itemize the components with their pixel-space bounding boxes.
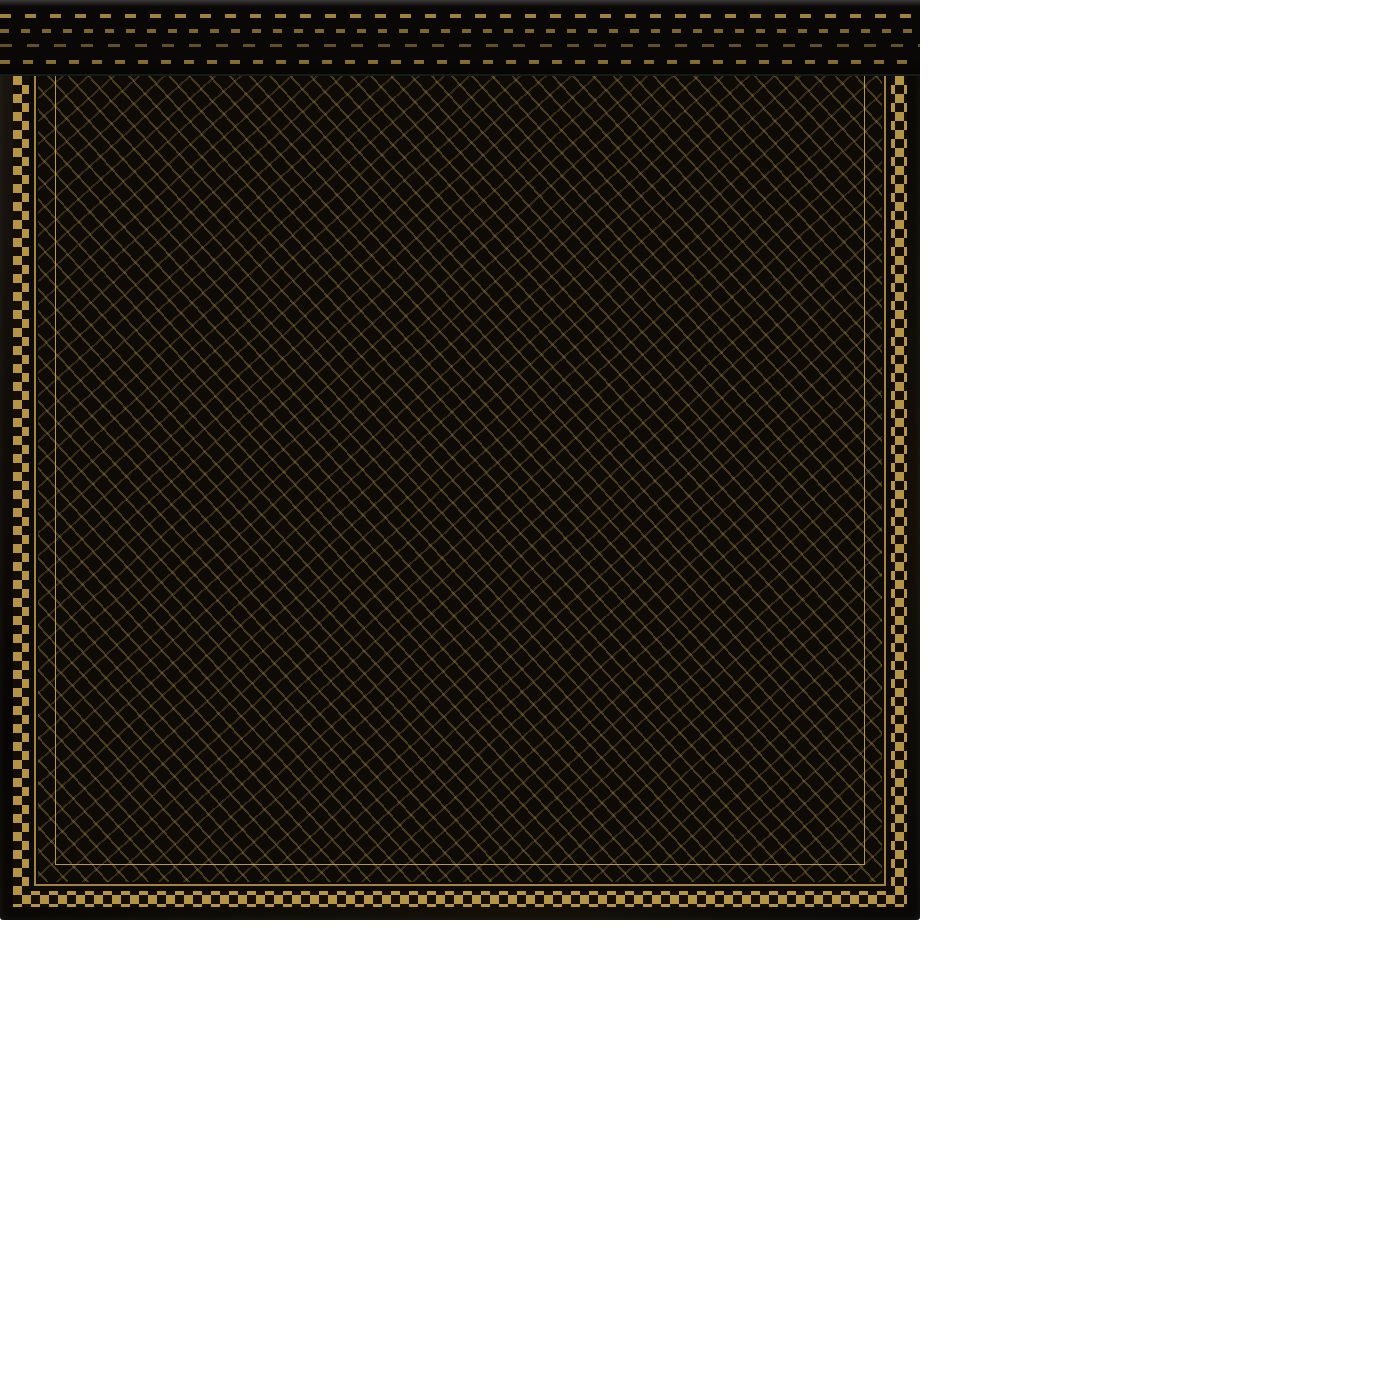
pieces-layer	[0, 0, 1400, 1400]
product-photo	[0, 0, 1400, 1400]
